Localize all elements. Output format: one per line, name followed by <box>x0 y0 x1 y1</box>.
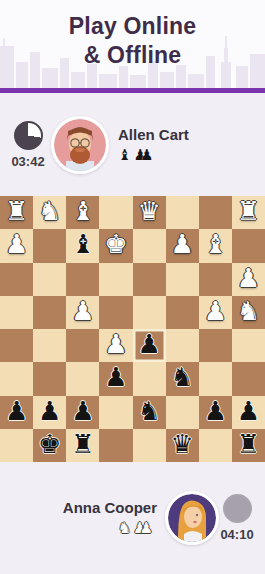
white-bishop[interactable]: ♝ <box>204 228 227 261</box>
square[interactable] <box>199 196 232 229</box>
white-pawn[interactable]: ♟ <box>71 295 94 328</box>
square[interactable]: ♜ <box>0 196 33 229</box>
square[interactable] <box>199 263 232 296</box>
square[interactable] <box>166 263 199 296</box>
square[interactable]: ♞ <box>33 196 66 229</box>
square[interactable] <box>66 362 99 395</box>
square[interactable]: ♜ <box>66 429 99 462</box>
black-pawn[interactable]: ♟ <box>237 395 260 428</box>
white-pawn[interactable]: ♟ <box>204 295 227 328</box>
white-rook[interactable]: ♜ <box>237 195 260 228</box>
white-rook[interactable]: ♜ <box>5 195 28 228</box>
square[interactable] <box>166 296 199 329</box>
clock-pie-icon <box>14 121 43 150</box>
black-pawn[interactable]: ♟ <box>71 395 94 428</box>
black-pawn[interactable]: ♟ <box>5 395 28 428</box>
bottom-player-avatar <box>165 491 219 545</box>
black-knight[interactable]: ♞ <box>137 395 160 428</box>
square[interactable] <box>99 263 132 296</box>
square[interactable] <box>99 296 132 329</box>
top-player-name: Allen Cart <box>118 126 189 143</box>
captured-black-bishop: ♝ <box>118 147 131 164</box>
square[interactable]: ♚ <box>33 429 66 462</box>
square[interactable]: ♛ <box>133 196 166 229</box>
square[interactable] <box>133 429 166 462</box>
square[interactable] <box>0 362 33 395</box>
black-pawn[interactable]: ♟ <box>204 395 227 428</box>
square[interactable] <box>99 429 132 462</box>
captured-white-pawn: ♟ <box>140 520 153 537</box>
top-player-panel: 03:42 Allen Cart ♝♟♟ <box>0 93 265 196</box>
square[interactable]: ♜ <box>232 429 265 462</box>
square[interactable]: ♟ <box>99 362 132 395</box>
square[interactable] <box>0 329 33 362</box>
square[interactable]: ♟ <box>0 229 33 262</box>
square[interactable]: ♞ <box>166 362 199 395</box>
square[interactable] <box>0 296 33 329</box>
square[interactable] <box>199 429 232 462</box>
square[interactable]: ♛ <box>166 429 199 462</box>
captured-black-pawn: ♟ <box>140 147 153 164</box>
white-bishop[interactable]: ♝ <box>71 195 94 228</box>
square[interactable]: ♟ <box>99 329 132 362</box>
square[interactable] <box>0 263 33 296</box>
black-rook[interactable]: ♜ <box>71 428 94 461</box>
square[interactable] <box>232 229 265 262</box>
white-pawn[interactable]: ♟ <box>104 328 127 361</box>
square[interactable]: ♝ <box>66 229 99 262</box>
top-player-captured-tray: ♝♟♟ <box>118 146 189 164</box>
top-player-avatar <box>51 116 109 174</box>
square[interactable]: ♟ <box>232 396 265 429</box>
black-pawn[interactable]: ♟ <box>104 361 127 394</box>
square[interactable]: ♜ <box>232 196 265 229</box>
square[interactable]: ♟ <box>199 296 232 329</box>
white-knight[interactable]: ♞ <box>237 295 260 328</box>
clock-full-icon <box>223 494 252 523</box>
square[interactable] <box>66 329 99 362</box>
black-bishop[interactable]: ♝ <box>71 228 94 261</box>
square[interactable] <box>166 329 199 362</box>
white-pawn[interactable]: ♟ <box>171 228 194 261</box>
square[interactable]: ♟ <box>66 396 99 429</box>
square[interactable] <box>232 362 265 395</box>
app-screen: Play Online & Offline 03:42 <box>0 0 265 574</box>
white-pawn[interactable]: ♟ <box>237 262 260 295</box>
square[interactable] <box>33 263 66 296</box>
square[interactable]: ♟ <box>66 296 99 329</box>
square[interactable] <box>33 296 66 329</box>
square[interactable] <box>133 296 166 329</box>
white-king[interactable]: ♚ <box>104 228 127 261</box>
title-line-1: Play Online <box>0 12 265 41</box>
square[interactable] <box>166 196 199 229</box>
square[interactable] <box>199 329 232 362</box>
square[interactable]: ♚ <box>99 229 132 262</box>
square[interactable]: ♞ <box>232 296 265 329</box>
square[interactable] <box>133 362 166 395</box>
square[interactable]: ♟ <box>0 396 33 429</box>
square[interactable] <box>166 396 199 429</box>
square[interactable] <box>99 396 132 429</box>
square[interactable] <box>99 196 132 229</box>
square[interactable]: ♟ <box>199 396 232 429</box>
bottom-player-captured-tray: ♞♟♟ <box>63 519 157 537</box>
square[interactable] <box>133 229 166 262</box>
square[interactable]: ♝ <box>199 229 232 262</box>
page-title: Play Online & Offline <box>0 0 265 70</box>
black-queen[interactable]: ♛ <box>171 428 194 461</box>
square[interactable] <box>33 329 66 362</box>
chess-board[interactable]: ♜♞♝♛♜♟♝♚♟♝♟♟♟♞♟♟♟♞♟♟♟♞♟♟♚♜♛♜ <box>0 196 265 462</box>
black-rook[interactable]: ♜ <box>237 428 260 461</box>
white-queen[interactable]: ♛ <box>137 195 160 228</box>
square[interactable]: ♟ <box>166 229 199 262</box>
black-knight[interactable]: ♞ <box>171 361 194 394</box>
square[interactable] <box>33 362 66 395</box>
bottom-player-time: 04:10 <box>220 527 253 542</box>
square[interactable] <box>0 429 33 462</box>
bottom-player-name: Anna Cooper <box>63 499 157 516</box>
square[interactable] <box>66 263 99 296</box>
square[interactable]: ♟ <box>33 396 66 429</box>
square[interactable]: ♞ <box>133 396 166 429</box>
black-king[interactable]: ♚ <box>38 428 61 461</box>
header: Play Online & Offline <box>0 0 265 88</box>
white-knight[interactable]: ♞ <box>38 195 61 228</box>
square[interactable] <box>133 263 166 296</box>
square[interactable]: ♝ <box>66 196 99 229</box>
white-pawn[interactable]: ♟ <box>5 228 28 261</box>
square[interactable]: ♟ <box>232 263 265 296</box>
square[interactable]: ♟ <box>133 329 166 362</box>
black-pawn[interactable]: ♟ <box>38 395 61 428</box>
square[interactable] <box>232 329 265 362</box>
captured-white-knight: ♞ <box>118 520 131 537</box>
black-pawn[interactable]: ♟ <box>137 328 160 361</box>
square[interactable] <box>33 229 66 262</box>
title-line-2: & Offline <box>0 41 265 70</box>
top-player-time: 03:42 <box>11 154 44 169</box>
bottom-player-panel: Anna Cooper ♞♟♟ 04:10 <box>0 462 265 574</box>
square[interactable] <box>199 362 232 395</box>
